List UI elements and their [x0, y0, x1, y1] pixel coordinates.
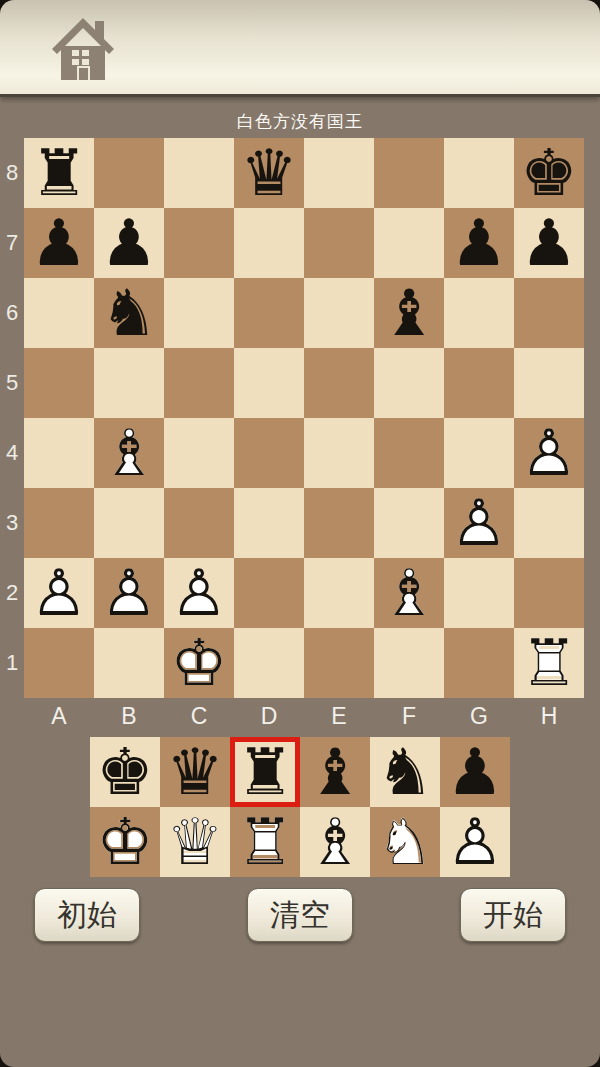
status-message: 白色方没有国王	[0, 110, 600, 133]
start-game-button[interactable]: 开始	[460, 888, 566, 942]
square-g1[interactable]	[444, 628, 514, 698]
square-b1[interactable]	[94, 628, 164, 698]
square-h6[interactable]	[514, 278, 584, 348]
square-b6[interactable]: ♞	[94, 278, 164, 348]
square-e8[interactable]	[304, 138, 374, 208]
square-b5[interactable]	[94, 348, 164, 418]
black-knight-piece: ♞	[370, 737, 440, 807]
square-g4[interactable]	[444, 418, 514, 488]
tray-white-rook[interactable]: ♜♖	[230, 807, 300, 877]
home-button[interactable]	[46, 14, 120, 86]
tray-white-knight[interactable]: ♞♘	[370, 807, 440, 877]
white-pawn-piece: ♟	[440, 807, 510, 877]
white-king-piece: ♔	[90, 807, 160, 877]
chess-board: ♜♛♚♟♟♟♟♞♝♝♗♟♙♟♙♟♙♟♙♟♙♝♗♚♔♜♖	[24, 138, 584, 698]
square-f6[interactable]: ♝	[374, 278, 444, 348]
square-h1[interactable]: ♜♖	[514, 628, 584, 698]
home-icon	[48, 16, 118, 85]
white-knight-piece: ♞	[370, 807, 440, 877]
square-e1[interactable]	[304, 628, 374, 698]
square-d1[interactable]	[234, 628, 304, 698]
white-queen-piece: ♛	[160, 807, 230, 877]
white-rook-piece: ♜	[230, 807, 300, 877]
square-c4[interactable]	[164, 418, 234, 488]
white-pawn-piece: ♙	[514, 418, 584, 488]
tray-white-bishop[interactable]: ♝♗	[300, 807, 370, 877]
square-b8[interactable]	[94, 138, 164, 208]
square-a2[interactable]: ♟♙	[24, 558, 94, 628]
white-pawn-piece: ♙	[94, 558, 164, 628]
black-queen-piece: ♛	[234, 138, 304, 208]
square-a3[interactable]	[24, 488, 94, 558]
square-f5[interactable]	[374, 348, 444, 418]
file-label-C: C	[164, 698, 234, 734]
tray-black-knight[interactable]: ♞	[370, 737, 440, 807]
square-d5[interactable]	[234, 348, 304, 418]
square-e6[interactable]	[304, 278, 374, 348]
rank-label-2: 2	[0, 558, 24, 628]
square-a8[interactable]: ♜	[24, 138, 94, 208]
square-b2[interactable]: ♟♙	[94, 558, 164, 628]
file-label-F: F	[374, 698, 444, 734]
square-h7[interactable]: ♟	[514, 208, 584, 278]
black-bishop-piece: ♝	[374, 278, 444, 348]
tray-black-bishop[interactable]: ♝	[300, 737, 370, 807]
file-label-E: E	[304, 698, 374, 734]
square-f8[interactable]	[374, 138, 444, 208]
square-b4[interactable]: ♝♗	[94, 418, 164, 488]
rank-label-3: 3	[0, 488, 24, 558]
file-label-A: A	[24, 698, 94, 734]
square-h2[interactable]	[514, 558, 584, 628]
square-h5[interactable]	[514, 348, 584, 418]
square-c7[interactable]	[164, 208, 234, 278]
white-pawn-piece: ♙	[440, 807, 510, 877]
white-pawn-piece: ♙	[444, 488, 514, 558]
square-c1[interactable]: ♚♔	[164, 628, 234, 698]
square-a7[interactable]: ♟	[24, 208, 94, 278]
square-f3[interactable]	[374, 488, 444, 558]
square-g3[interactable]: ♟♙	[444, 488, 514, 558]
white-pawn-piece: ♙	[24, 558, 94, 628]
square-g6[interactable]	[444, 278, 514, 348]
file-labels: ABCDEFGH	[24, 698, 584, 734]
black-king-piece: ♚	[90, 737, 160, 807]
rank-label-1: 1	[0, 628, 24, 698]
square-c3[interactable]	[164, 488, 234, 558]
square-c2[interactable]: ♟♙	[164, 558, 234, 628]
black-knight-piece: ♞	[94, 278, 164, 348]
rank-label-8: 8	[0, 138, 24, 208]
black-rook-piece: ♜	[230, 737, 300, 807]
piece-tray: ♚♛♜♝♞♟♚♔♛♕♜♖♝♗♞♘♟♙	[90, 737, 510, 877]
square-d8[interactable]: ♛	[234, 138, 304, 208]
square-a5[interactable]	[24, 348, 94, 418]
square-g7[interactable]: ♟	[444, 208, 514, 278]
black-king-piece: ♚	[514, 138, 584, 208]
square-d7[interactable]	[234, 208, 304, 278]
white-bishop-piece: ♝	[374, 558, 444, 628]
black-pawn-piece: ♟	[440, 737, 510, 807]
tray-black-rook[interactable]: ♜	[230, 737, 300, 807]
rank-label-5: 5	[0, 348, 24, 418]
top-bar	[0, 0, 600, 97]
tray-black-king[interactable]: ♚	[90, 737, 160, 807]
file-label-G: G	[444, 698, 514, 734]
square-f7[interactable]	[374, 208, 444, 278]
white-pawn-piece: ♙	[164, 558, 234, 628]
square-h3[interactable]	[514, 488, 584, 558]
tray-white-queen[interactable]: ♛♕	[160, 807, 230, 877]
white-knight-piece: ♘	[370, 807, 440, 877]
square-b3[interactable]	[94, 488, 164, 558]
square-c6[interactable]	[164, 278, 234, 348]
tray-black-queen[interactable]: ♛	[160, 737, 230, 807]
tray-black-pawn[interactable]: ♟	[440, 737, 510, 807]
file-label-H: H	[514, 698, 584, 734]
square-d4[interactable]	[234, 418, 304, 488]
square-d2[interactable]	[234, 558, 304, 628]
rank-label-7: 7	[0, 208, 24, 278]
square-e5[interactable]	[304, 348, 374, 418]
white-bishop-piece: ♗	[94, 418, 164, 488]
square-a4[interactable]	[24, 418, 94, 488]
white-pawn-piece: ♟	[514, 418, 584, 488]
white-pawn-piece: ♟	[164, 558, 234, 628]
black-pawn-piece: ♟	[444, 208, 514, 278]
white-bishop-piece: ♗	[374, 558, 444, 628]
square-a6[interactable]	[24, 278, 94, 348]
black-queen-piece: ♛	[160, 737, 230, 807]
white-bishop-piece: ♝	[300, 807, 370, 877]
black-rook-piece: ♜	[24, 138, 94, 208]
square-d3[interactable]	[234, 488, 304, 558]
square-e7[interactable]	[304, 208, 374, 278]
white-rook-piece: ♜	[514, 628, 584, 698]
rank-label-6: 6	[0, 278, 24, 348]
square-g5[interactable]	[444, 348, 514, 418]
square-c5[interactable]	[164, 348, 234, 418]
white-rook-piece: ♖	[514, 628, 584, 698]
file-label-D: D	[234, 698, 304, 734]
white-pawn-piece: ♟	[94, 558, 164, 628]
square-f1[interactable]	[374, 628, 444, 698]
square-h4[interactable]: ♟♙	[514, 418, 584, 488]
square-h8[interactable]: ♚	[514, 138, 584, 208]
white-bishop-piece: ♗	[300, 807, 370, 877]
black-pawn-piece: ♟	[24, 208, 94, 278]
app-window: 白色方没有国王 87654321 ♜♛♚♟♟♟♟♞♝♝♗♟♙♟♙♟♙♟♙♟♙♝♗…	[0, 0, 600, 1067]
square-f4[interactable]	[374, 418, 444, 488]
square-g2[interactable]	[444, 558, 514, 628]
square-f2[interactable]: ♝♗	[374, 558, 444, 628]
white-pawn-piece: ♟	[24, 558, 94, 628]
white-rook-piece: ♖	[230, 807, 300, 877]
square-b7[interactable]: ♟	[94, 208, 164, 278]
square-a1[interactable]	[24, 628, 94, 698]
clear-board-button[interactable]: 清空	[247, 888, 353, 942]
square-e3[interactable]	[304, 488, 374, 558]
tray-white-pawn[interactable]: ♟♙	[440, 807, 510, 877]
white-king-piece: ♔	[164, 628, 234, 698]
file-label-B: B	[94, 698, 164, 734]
white-queen-piece: ♕	[160, 807, 230, 877]
rank-label-4: 4	[0, 418, 24, 488]
square-d6[interactable]	[234, 278, 304, 348]
black-bishop-piece: ♝	[300, 737, 370, 807]
white-bishop-piece: ♝	[94, 418, 164, 488]
black-pawn-piece: ♟	[514, 208, 584, 278]
black-pawn-piece: ♟	[94, 208, 164, 278]
initial-position-button[interactable]: 初始	[34, 888, 140, 942]
tray-white-king[interactable]: ♚♔	[90, 807, 160, 877]
white-pawn-piece: ♟	[444, 488, 514, 558]
square-e4[interactable]	[304, 418, 374, 488]
white-king-piece: ♚	[90, 807, 160, 877]
rank-labels: 87654321	[0, 138, 24, 698]
square-e2[interactable]	[304, 558, 374, 628]
square-g8[interactable]	[444, 138, 514, 208]
square-c8[interactable]	[164, 138, 234, 208]
white-king-piece: ♚	[164, 628, 234, 698]
